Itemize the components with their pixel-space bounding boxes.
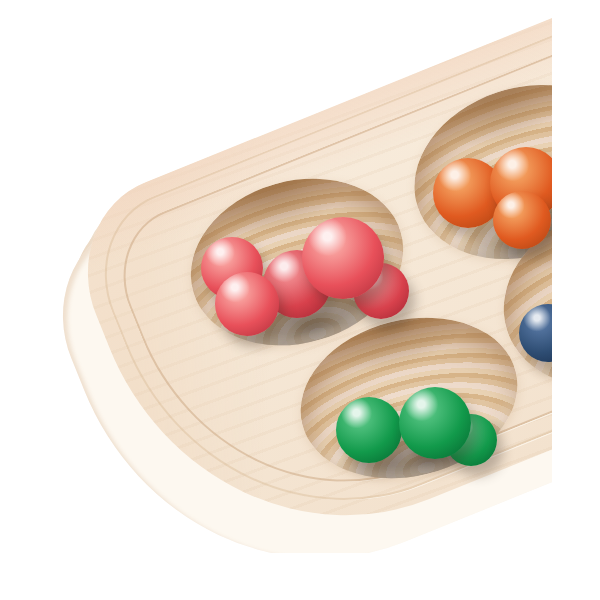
bead-green-in-pit-green [399, 387, 471, 459]
bead-red-in-pit-red [302, 217, 384, 299]
screenshot-canvas [0, 0, 600, 600]
product-photo [0, 0, 552, 553]
bead-red-in-pit-red [215, 272, 279, 336]
bead-green-in-pit-green [336, 397, 402, 463]
bead-orange-in-pit-orange [493, 191, 551, 249]
